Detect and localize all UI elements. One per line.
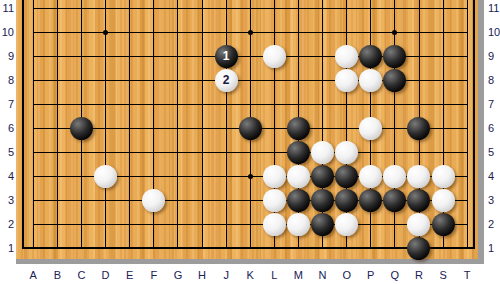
row-label-left-11: 11 — [0, 0, 14, 16]
black-stone-N4 — [311, 165, 334, 188]
row-label-left-1: 1 — [0, 240, 14, 256]
black-stone-N3 — [311, 189, 334, 212]
column-label-L: L — [262, 267, 286, 283]
row-label-left-7: 7 — [0, 96, 14, 112]
white-stone-L3 — [263, 189, 286, 212]
white-stone-L4 — [263, 165, 286, 188]
star-point-K4 — [248, 174, 253, 179]
star-point-D10 — [103, 30, 108, 35]
row-label-right-2: 2 — [488, 216, 500, 232]
row-label-left-6: 6 — [0, 120, 14, 136]
go-board-viewer: 12 11111010998877665544332211ABCDEFGHJKL… — [0, 0, 500, 284]
row-label-right-9: 9 — [488, 48, 500, 64]
column-label-K: K — [238, 267, 262, 283]
column-label-M: M — [286, 267, 310, 283]
black-stone-Q8 — [383, 69, 406, 92]
row-label-right-6: 6 — [488, 120, 500, 136]
black-stone-M6 — [287, 117, 310, 140]
black-stone-M3 — [287, 189, 310, 212]
column-label-P: P — [359, 267, 383, 283]
row-label-right-3: 3 — [488, 192, 500, 208]
column-label-Q: Q — [383, 267, 407, 283]
row-label-left-10: 10 — [0, 24, 14, 40]
black-stone-C6 — [70, 117, 93, 140]
white-stone-P4 — [359, 165, 382, 188]
row-label-right-7: 7 — [488, 96, 500, 112]
row-label-left-2: 2 — [0, 216, 14, 232]
column-label-S: S — [431, 267, 455, 283]
column-label-T: T — [455, 267, 479, 283]
black-stone-R6 — [407, 117, 430, 140]
row-label-right-8: 8 — [488, 72, 500, 88]
black-stone-M5 — [287, 141, 310, 164]
white-stone-D4 — [94, 165, 117, 188]
row-label-right-5: 5 — [488, 144, 500, 160]
white-stone-N5 — [311, 141, 334, 164]
column-label-J: J — [214, 267, 238, 283]
white-stone-S3 — [432, 189, 455, 212]
column-label-O: O — [335, 267, 359, 283]
white-stone-R4 — [407, 165, 430, 188]
black-stone-P3 — [359, 189, 382, 212]
star-point-Q10 — [392, 30, 397, 35]
column-label-D: D — [94, 267, 118, 283]
row-label-left-9: 9 — [0, 48, 14, 64]
white-stone-M2 — [287, 213, 310, 236]
white-stone-R2 — [407, 213, 430, 236]
white-stone-L9 — [263, 45, 286, 68]
row-label-left-4: 4 — [0, 168, 14, 184]
white-stone-P6 — [359, 117, 382, 140]
row-label-right-10: 10 — [488, 24, 500, 40]
black-stone-O4 — [335, 165, 358, 188]
row-label-left-5: 5 — [0, 144, 14, 160]
white-stone-P8 — [359, 69, 382, 92]
black-stone-P9 — [359, 45, 382, 68]
row-label-left-8: 8 — [0, 72, 14, 88]
column-label-R: R — [407, 267, 431, 283]
black-stone-O3 — [335, 189, 358, 212]
black-stone-R1 — [407, 237, 430, 260]
black-stone-S2 — [432, 213, 455, 236]
column-label-F: F — [142, 267, 166, 283]
row-label-right-11: 11 — [488, 0, 500, 16]
column-label-E: E — [118, 267, 142, 283]
black-stone-Q9 — [383, 45, 406, 68]
column-label-C: C — [69, 267, 93, 283]
column-label-G: G — [166, 267, 190, 283]
white-stone-J8-move-2: 2 — [215, 69, 238, 92]
row-label-left-3: 3 — [0, 192, 14, 208]
white-stone-O5 — [335, 141, 358, 164]
white-stone-Q4 — [383, 165, 406, 188]
black-stone-R3 — [407, 189, 430, 212]
black-stone-Q3 — [383, 189, 406, 212]
white-stone-F3 — [142, 189, 165, 212]
white-stone-O8 — [335, 69, 358, 92]
black-stone-N2 — [311, 213, 334, 236]
stone-grid: 12 — [21, 0, 479, 260]
column-label-H: H — [190, 267, 214, 283]
star-point-K10 — [248, 30, 253, 35]
white-stone-S4 — [432, 165, 455, 188]
white-stone-O9 — [335, 45, 358, 68]
column-label-A: A — [21, 267, 45, 283]
white-stone-M4 — [287, 165, 310, 188]
column-label-N: N — [311, 267, 335, 283]
black-stone-J9-move-1: 1 — [215, 45, 238, 68]
white-stone-O2 — [335, 213, 358, 236]
row-label-right-1: 1 — [488, 240, 500, 256]
row-label-right-4: 4 — [488, 168, 500, 184]
black-stone-K6 — [239, 117, 262, 140]
white-stone-L2 — [263, 213, 286, 236]
column-label-B: B — [45, 267, 69, 283]
